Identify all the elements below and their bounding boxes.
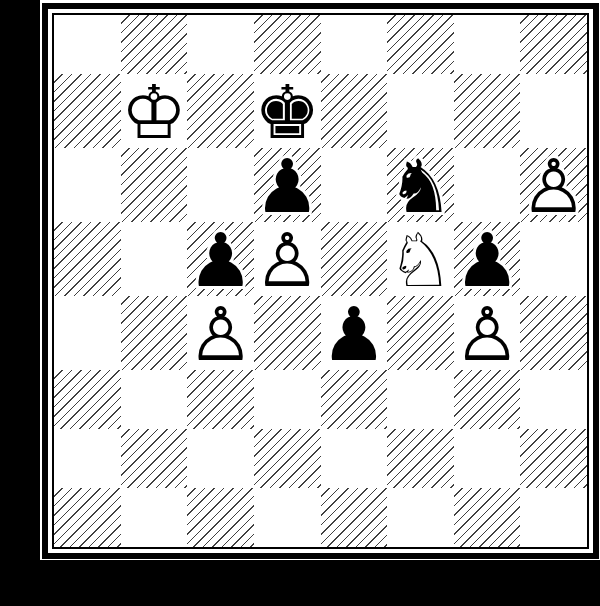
square-b1[interactable]: [121, 488, 188, 547]
square-d5[interactable]: ♟♙: [254, 222, 321, 296]
square-c6[interactable]: [187, 148, 254, 222]
piece-glyph: ♟: [254, 149, 320, 223]
square-h7[interactable]: [520, 74, 587, 148]
black-pawn-e4: ♟♟: [321, 296, 388, 370]
square-c3[interactable]: [187, 370, 254, 429]
white-pawn-g4: ♟♙: [454, 296, 521, 370]
square-e5[interactable]: [321, 222, 388, 296]
piece-halo: ♟: [254, 149, 320, 223]
square-h8[interactable]: [520, 15, 587, 74]
square-c2[interactable]: [187, 429, 254, 488]
piece-halo: ♞: [387, 149, 453, 223]
square-g1[interactable]: [454, 488, 521, 547]
square-d6[interactable]: ♟♟: [254, 148, 321, 222]
diagram-page: ♚♔♚♚♟♟♞♞♟♙♟♟♟♙♞♘♟♟♟♙♟♟♟♙: [40, 0, 600, 560]
square-g3[interactable]: [454, 370, 521, 429]
white-knight-f5: ♞♘: [387, 222, 454, 296]
piece-halo: ♟: [454, 223, 520, 297]
black-pawn-g5: ♟♟: [454, 222, 521, 296]
square-b5[interactable]: [121, 222, 188, 296]
square-b3[interactable]: [121, 370, 188, 429]
square-g2[interactable]: [454, 429, 521, 488]
square-e8[interactable]: [321, 15, 388, 74]
piece-glyph: ♚: [254, 75, 320, 149]
square-e4[interactable]: ♟♟: [321, 296, 388, 370]
piece-halo: ♟: [254, 223, 320, 297]
square-d7[interactable]: ♚♚: [254, 74, 321, 148]
square-f5[interactable]: ♞♘: [387, 222, 454, 296]
square-b4[interactable]: [121, 296, 188, 370]
board-inner-border: ♚♔♚♚♟♟♞♞♟♙♟♟♟♙♞♘♟♟♟♙♟♟♟♙: [52, 13, 589, 549]
piece-glyph: ♘: [387, 223, 453, 297]
square-b7[interactable]: ♚♔: [121, 74, 188, 148]
piece-halo: ♟: [187, 297, 253, 371]
square-c5[interactable]: ♟♟: [187, 222, 254, 296]
square-h5[interactable]: [520, 222, 587, 296]
piece-halo: ♟: [521, 149, 587, 223]
piece-glyph: ♙: [521, 149, 587, 223]
square-c4[interactable]: ♟♙: [187, 296, 254, 370]
square-h1[interactable]: [520, 488, 587, 547]
square-a2[interactable]: [54, 429, 121, 488]
square-f6[interactable]: ♞♞: [387, 148, 454, 222]
piece-halo: ♟: [187, 223, 253, 297]
square-f4[interactable]: [387, 296, 454, 370]
piece-glyph: ♙: [454, 297, 520, 371]
square-g4[interactable]: ♟♙: [454, 296, 521, 370]
square-a8[interactable]: [54, 15, 121, 74]
piece-halo: ♚: [121, 75, 187, 149]
square-c7[interactable]: [187, 74, 254, 148]
square-e1[interactable]: [321, 488, 388, 547]
white-pawn-d5: ♟♙: [254, 222, 321, 296]
square-h6[interactable]: ♟♙: [520, 148, 587, 222]
piece-glyph: ♙: [187, 297, 253, 371]
square-d8[interactable]: [254, 15, 321, 74]
piece-glyph: ♟: [321, 297, 387, 371]
square-d1[interactable]: [254, 488, 321, 547]
piece-glyph: ♙: [254, 223, 320, 297]
square-g5[interactable]: ♟♟: [454, 222, 521, 296]
piece-glyph: ♟: [187, 223, 253, 297]
black-king-d7: ♚♚: [254, 74, 321, 148]
square-c1[interactable]: [187, 488, 254, 547]
chess-diagram: ♚♔♚♚♟♟♞♞♟♙♟♟♟♙♞♘♟♟♟♙♟♟♟♙: [0, 0, 600, 606]
square-b8[interactable]: [121, 15, 188, 74]
square-h2[interactable]: [520, 429, 587, 488]
black-pawn-d6: ♟♟: [254, 148, 321, 222]
square-a7[interactable]: [54, 74, 121, 148]
square-f7[interactable]: [387, 74, 454, 148]
square-h4[interactable]: [520, 296, 587, 370]
square-d3[interactable]: [254, 370, 321, 429]
piece-halo: ♚: [254, 75, 320, 149]
square-a1[interactable]: [54, 488, 121, 547]
square-f2[interactable]: [387, 429, 454, 488]
square-g6[interactable]: [454, 148, 521, 222]
square-c8[interactable]: [187, 15, 254, 74]
square-f8[interactable]: [387, 15, 454, 74]
square-a3[interactable]: [54, 370, 121, 429]
square-g8[interactable]: [454, 15, 521, 74]
piece-halo: ♞: [387, 223, 453, 297]
square-e2[interactable]: [321, 429, 388, 488]
square-g7[interactable]: [454, 74, 521, 148]
square-d2[interactable]: [254, 429, 321, 488]
white-pawn-c4: ♟♙: [187, 296, 254, 370]
square-a4[interactable]: [54, 296, 121, 370]
piece-glyph: ♔: [121, 75, 187, 149]
piece-halo: ♟: [321, 297, 387, 371]
piece-glyph: ♞: [387, 149, 453, 223]
square-f1[interactable]: [387, 488, 454, 547]
piece-halo: ♟: [454, 297, 520, 371]
white-king-b7: ♚♔: [121, 74, 188, 148]
piece-glyph: ♟: [454, 223, 520, 297]
square-b2[interactable]: [121, 429, 188, 488]
square-h3[interactable]: [520, 370, 587, 429]
square-a5[interactable]: [54, 222, 121, 296]
square-e3[interactable]: [321, 370, 388, 429]
square-e6[interactable]: [321, 148, 388, 222]
square-f3[interactable]: [387, 370, 454, 429]
white-pawn-h6: ♟♙: [520, 148, 587, 222]
square-a6[interactable]: [54, 148, 121, 222]
square-d4[interactable]: [254, 296, 321, 370]
chess-board: ♚♔♚♚♟♟♞♞♟♙♟♟♟♙♞♘♟♟♟♙♟♟♟♙: [54, 15, 587, 547]
black-knight-f6: ♞♞: [387, 148, 454, 222]
square-e7[interactable]: [321, 74, 388, 148]
square-b6[interactable]: [121, 148, 188, 222]
black-pawn-c5: ♟♟: [187, 222, 254, 296]
board-outer-border: ♚♔♚♚♟♟♞♞♟♙♟♟♟♙♞♘♟♟♟♙♟♟♟♙: [42, 3, 599, 559]
